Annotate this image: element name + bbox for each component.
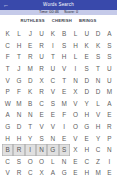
grid-cell-r5c7[interactable]: N xyxy=(70,74,81,86)
grid-cell-r5c5[interactable]: C xyxy=(47,74,58,86)
grid-cell-r11c1[interactable]: B xyxy=(2,144,13,156)
grid-cell-r10c3[interactable]: Y xyxy=(25,132,36,144)
grid-cell-r2c8[interactable]: K xyxy=(81,40,92,52)
grid-cell-r2c3[interactable]: E xyxy=(25,40,36,52)
grid-cell-r3c9[interactable]: S xyxy=(92,51,103,63)
grid-cell-r2c9[interactable]: K xyxy=(92,40,103,52)
grid-cell-r8c7[interactable]: O xyxy=(70,109,81,121)
grid-cell-r6c4[interactable]: R xyxy=(36,86,47,98)
grid-cell-r7c7[interactable]: V xyxy=(70,98,81,110)
grid-cell-r7c2[interactable]: M xyxy=(13,98,24,110)
grid-cell-r13c10[interactable]: E xyxy=(104,167,115,179)
grid-cell-r8c1[interactable]: A xyxy=(2,109,13,121)
grid-cell-r3c4[interactable]: U xyxy=(36,51,47,63)
grid-cell-r1c4[interactable]: U xyxy=(36,28,47,40)
grid-cell-r13c2[interactable]: R xyxy=(13,167,24,179)
grid-cell-r12c1[interactable]: C xyxy=(2,156,13,168)
grid-cell-r10c2[interactable]: H xyxy=(13,132,24,144)
grid-cell-r8c5[interactable]: E xyxy=(47,109,58,121)
grid-cell-r7c4[interactable]: C xyxy=(36,98,47,110)
grid-cell-r7c3[interactable]: B xyxy=(25,98,36,110)
grid-cell-r12c3[interactable]: O xyxy=(25,156,36,168)
grid-cell-r8c2[interactable]: N xyxy=(13,109,24,121)
grid-cell-r10c8[interactable]: E xyxy=(81,132,92,144)
grid-cell-r6c1[interactable]: P xyxy=(2,86,13,98)
grid-cell-r3c2[interactable]: T xyxy=(13,51,24,63)
grid-cell-r5c8[interactable]: D xyxy=(81,74,92,86)
grid-cell-r2c5[interactable]: I xyxy=(47,40,58,52)
grid-cell-r3c7[interactable]: L xyxy=(70,51,81,63)
grid-cell-r11c6[interactable]: S xyxy=(59,144,70,156)
grid-cell-r11c9[interactable]: C xyxy=(92,144,103,156)
grid-cell-r9c6[interactable]: I xyxy=(59,121,70,133)
app-bar: ← Words Search xyxy=(0,0,117,10)
grid-cell-r12c10[interactable]: I xyxy=(104,156,115,168)
grid-cell-r12c2[interactable]: S xyxy=(13,156,24,168)
grid-cell-r8c4[interactable]: E xyxy=(36,109,47,121)
status-bar: Time: 00:46 Score: 0 xyxy=(0,10,117,15)
grid-cell-r11c2[interactable]: R xyxy=(13,144,24,156)
grid-cell-r1c3[interactable]: J xyxy=(25,28,36,40)
grid-cell-r3c1[interactable]: F xyxy=(2,51,13,63)
grid-cell-r7c1[interactable]: W xyxy=(2,98,13,110)
grid-cell-r9c7[interactable]: O xyxy=(70,121,81,133)
grid-cell-r2c6[interactable]: S xyxy=(59,40,70,52)
grid-cell-r1c8[interactable]: U xyxy=(81,28,92,40)
grid-cell-r13c8[interactable]: H xyxy=(81,167,92,179)
grid-cell-r10c5[interactable]: N xyxy=(47,132,58,144)
grid-cell-r4c1[interactable]: T xyxy=(2,63,13,75)
grid-cell-r12c5[interactable]: L xyxy=(47,156,58,168)
grid-cell-r4c4[interactable]: R xyxy=(36,63,47,75)
grid-cell-r3c6[interactable]: H xyxy=(59,51,70,63)
grid-cell-r11c4[interactable]: N xyxy=(36,144,47,156)
grid-cell-r2c4[interactable]: R xyxy=(36,40,47,52)
grid-cell-r4c2[interactable]: J xyxy=(13,63,24,75)
grid-cell-r4c3[interactable]: M xyxy=(25,63,36,75)
grid-cell-r1c9[interactable]: D xyxy=(92,28,103,40)
grid-cell-r4c6[interactable]: V xyxy=(59,63,70,75)
grid-cell-r1c1[interactable]: K xyxy=(2,28,13,40)
grid-cell-r13c1[interactable]: V xyxy=(2,167,13,179)
grid-cell-r13c4[interactable]: X xyxy=(36,167,47,179)
grid-cell-r6c9[interactable]: D xyxy=(92,86,103,98)
grid-cell-r8c10[interactable]: E xyxy=(104,109,115,121)
grid-cell-r12c6[interactable]: N xyxy=(59,156,70,168)
grid-cell-r3c5[interactable]: T xyxy=(47,51,58,63)
grid-cell-r9c5[interactable]: V xyxy=(47,121,58,133)
grid-cell-r13c9[interactable]: M xyxy=(92,167,103,179)
grid-cell-r10c10[interactable]: P xyxy=(104,132,115,144)
grid-cell-r13c5[interactable]: A xyxy=(47,167,58,179)
grid-cell-r12c7[interactable]: E xyxy=(70,156,81,168)
grid-cell-r6c2[interactable]: F xyxy=(13,86,24,98)
grid-cell-r2c10[interactable]: S xyxy=(104,40,115,52)
grid-cell-r11c5[interactable]: G xyxy=(47,144,58,156)
grid-cell-r8c6[interactable]: F xyxy=(59,109,70,121)
grid-cell-r11c7[interactable]: X xyxy=(70,144,81,156)
grid-cell-r6c3[interactable]: K xyxy=(25,86,36,98)
grid-cell-r8c3[interactable]: N xyxy=(25,109,36,121)
grid-cell-r6c8[interactable]: D xyxy=(81,86,92,98)
word-list: RUTHLESSCHERISHBRINGS xyxy=(0,17,117,23)
grid-cell-r3c8[interactable]: E xyxy=(81,51,92,63)
grid-cell-r8c8[interactable]: H xyxy=(81,109,92,121)
grid-cell-r5c6[interactable]: T xyxy=(59,74,70,86)
grid-cell-r4c8[interactable]: S xyxy=(81,63,92,75)
grid-cell-r9c2[interactable]: D xyxy=(13,121,24,133)
time-text: Time: 00:46 xyxy=(39,10,59,15)
grid-cell-r2c1[interactable]: C xyxy=(2,40,13,52)
grid-cell-r5c9[interactable]: N xyxy=(92,74,103,86)
grid-cell-r11c8[interactable]: H xyxy=(81,144,92,156)
grid-cell-r3c3[interactable]: R xyxy=(25,51,36,63)
grid-cell-r1c10[interactable]: A xyxy=(104,28,115,40)
grid-cell-r9c9[interactable]: H xyxy=(92,121,103,133)
app-title: Words Search xyxy=(43,0,74,10)
grid-cell-r10c1[interactable]: H xyxy=(2,132,13,144)
grid-cell-r1c7[interactable]: L xyxy=(70,28,81,40)
grid-cell-r4c9[interactable]: T xyxy=(92,63,103,75)
grid-cell-r2c2[interactable]: H xyxy=(13,40,24,52)
grid-cell-r2c7[interactable]: H xyxy=(70,40,81,52)
score-text: Score: 0 xyxy=(64,10,78,15)
grid-cell-r7c5[interactable]: S xyxy=(47,98,58,110)
grid-cell-r9c8[interactable]: G xyxy=(81,121,92,133)
grid-cell-r4c5[interactable]: U xyxy=(47,63,58,75)
grid-cell-r7c10[interactable]: A xyxy=(104,98,115,110)
grid-cell-r9c3[interactable]: T xyxy=(25,121,36,133)
grid-cell-r5c10[interactable]: U xyxy=(104,74,115,86)
back-arrow-icon[interactable]: ← xyxy=(3,0,9,10)
grid-cell-r7c9[interactable]: L xyxy=(92,98,103,110)
grid-cell-r1c6[interactable]: B xyxy=(59,28,70,40)
word-item-ruthless: RUTHLESS xyxy=(21,18,45,23)
grid-cell-r9c4[interactable]: V xyxy=(36,121,47,133)
grid-cell-r6c10[interactable]: M xyxy=(104,86,115,98)
grid-cell-r13c7[interactable]: E xyxy=(70,167,81,179)
grid-cell-r10c6[interactable]: E xyxy=(59,132,70,144)
grid-cell-r6c7[interactable]: X xyxy=(70,86,81,98)
word-item-brings: BRINGS xyxy=(79,18,97,23)
grid-cell-r12c9[interactable]: Z xyxy=(92,156,103,168)
grid-cell-r10c9[interactable]: Y xyxy=(92,132,103,144)
grid-cell-r6c5[interactable]: V xyxy=(47,86,58,98)
grid-cell-r7c6[interactable]: M xyxy=(59,98,70,110)
grid-cell-r7c8[interactable]: Y xyxy=(81,98,92,110)
grid-cell-r11c10[interactable]: N xyxy=(104,144,115,156)
letter-grid: KLJUKBLUDACHERISHKKSFTRUTHLESSTJMRUVISTU… xyxy=(2,28,115,179)
grid-cell-r6c6[interactable]: E xyxy=(59,86,70,98)
grid-cell-r8c9[interactable]: V xyxy=(92,109,103,121)
grid-cell-r9c10[interactable]: R xyxy=(104,121,115,133)
grid-cell-r10c4[interactable]: S xyxy=(36,132,47,144)
grid-cell-r5c2[interactable]: G xyxy=(13,74,24,86)
grid-cell-r4c10[interactable]: U xyxy=(104,63,115,75)
grid-cell-r1c5[interactable]: K xyxy=(47,28,58,40)
grid-cell-r12c4[interactable]: O xyxy=(36,156,47,168)
grid-cell-r10c7[interactable]: V xyxy=(70,132,81,144)
grid-cell-r5c4[interactable]: X xyxy=(36,74,47,86)
word-item-cherish: CHERISH xyxy=(52,18,72,23)
grid-cell-r1c2[interactable]: L xyxy=(13,28,24,40)
grid-cell-r4c7[interactable]: I xyxy=(70,63,81,75)
grid-cell-r13c6[interactable]: G xyxy=(59,167,70,179)
grid-cell-r11c3[interactable]: I xyxy=(25,144,36,156)
grid-cell-r5c3[interactable]: D xyxy=(25,74,36,86)
grid-cell-r12c8[interactable]: C xyxy=(81,156,92,168)
grid-cell-r13c3[interactable]: C xyxy=(25,167,36,179)
grid-cell-r3c10[interactable]: S xyxy=(104,51,115,63)
grid-cell-r5c1[interactable]: V xyxy=(2,74,13,86)
word-search-screen: ← Words Search Time: 00:46 Score: 0 RUTH… xyxy=(0,0,117,183)
grid-cell-r9c1[interactable]: G xyxy=(2,121,13,133)
